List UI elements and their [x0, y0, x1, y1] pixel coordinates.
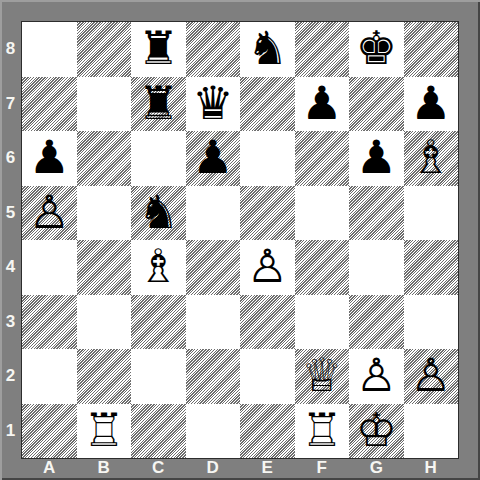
square-e2[interactable] [240, 349, 295, 404]
square-f4[interactable] [295, 240, 350, 295]
square-d7[interactable]: ♛ [186, 77, 241, 132]
white-king[interactable]: ♔ [356, 407, 397, 453]
rank-label-7: 7 [0, 77, 21, 132]
square-d6[interactable]: ♟ [186, 131, 241, 186]
rank-label-4: 4 [0, 240, 21, 295]
white-bishop[interactable]: ♗ [410, 134, 451, 180]
square-c5[interactable]: ♞ [131, 186, 186, 241]
white-pawn[interactable]: ♙ [247, 243, 288, 289]
white-rook[interactable]: ♖ [83, 407, 124, 453]
white-pawn[interactable]: ♙ [356, 352, 397, 398]
white-rook[interactable]: ♖ [301, 407, 342, 453]
file-label-c: C [131, 458, 186, 478]
file-label-d: D [186, 458, 241, 478]
square-a2[interactable] [22, 349, 77, 404]
white-pawn[interactable]: ♙ [410, 352, 451, 398]
square-e4[interactable]: ♙ [240, 240, 295, 295]
square-f7[interactable]: ♟ [295, 77, 350, 132]
square-c6[interactable] [131, 131, 186, 186]
square-f6[interactable] [295, 131, 350, 186]
square-f8[interactable] [295, 22, 350, 77]
square-d2[interactable] [186, 349, 241, 404]
white-pawn[interactable]: ♙ [29, 189, 70, 235]
black-pawn[interactable]: ♟ [301, 80, 342, 126]
square-a5[interactable]: ♙ [22, 186, 77, 241]
black-king[interactable]: ♚ [356, 25, 397, 71]
white-bishop[interactable]: ♗ [138, 243, 179, 289]
square-h2[interactable]: ♙ [404, 349, 459, 404]
square-h6[interactable]: ♗ [404, 131, 459, 186]
square-a4[interactable] [22, 240, 77, 295]
square-c1[interactable] [131, 404, 186, 459]
rank-label-2: 2 [0, 349, 21, 404]
square-d3[interactable] [186, 295, 241, 350]
square-e8[interactable]: ♞ [240, 22, 295, 77]
square-h7[interactable]: ♟ [404, 77, 459, 132]
square-h4[interactable] [404, 240, 459, 295]
square-a8[interactable] [22, 22, 77, 77]
square-e7[interactable] [240, 77, 295, 132]
square-a1[interactable] [22, 404, 77, 459]
square-g7[interactable] [349, 77, 404, 132]
square-c7[interactable]: ♜ [131, 77, 186, 132]
square-b4[interactable] [77, 240, 132, 295]
square-d5[interactable] [186, 186, 241, 241]
black-queen[interactable]: ♛ [192, 80, 233, 126]
square-a7[interactable] [22, 77, 77, 132]
square-g5[interactable] [349, 186, 404, 241]
black-pawn[interactable]: ♟ [29, 134, 70, 180]
file-label-f: F [295, 458, 350, 478]
file-label-g: G [349, 458, 404, 478]
square-g8[interactable]: ♚ [349, 22, 404, 77]
square-g6[interactable]: ♟ [349, 131, 404, 186]
square-c8[interactable]: ♜ [131, 22, 186, 77]
square-b5[interactable] [77, 186, 132, 241]
square-d4[interactable] [186, 240, 241, 295]
rank-label-8: 8 [0, 22, 21, 77]
black-rook[interactable]: ♜ [138, 80, 179, 126]
chess-diagram-frame: 87654321 ♜♞♚♜♛♟♟♟♟♟♗♙♞♗♙♕♙♙♖♖♔ ABCDEFGH [0, 0, 480, 480]
square-h3[interactable] [404, 295, 459, 350]
square-h5[interactable] [404, 186, 459, 241]
square-a3[interactable] [22, 295, 77, 350]
square-c2[interactable] [131, 349, 186, 404]
black-pawn[interactable]: ♟ [410, 80, 451, 126]
square-h8[interactable] [404, 22, 459, 77]
square-f1[interactable]: ♖ [295, 404, 350, 459]
square-b7[interactable] [77, 77, 132, 132]
square-d8[interactable] [186, 22, 241, 77]
rank-label-3: 3 [0, 295, 21, 350]
square-e1[interactable] [240, 404, 295, 459]
square-b1[interactable]: ♖ [77, 404, 132, 459]
square-b2[interactable] [77, 349, 132, 404]
black-knight[interactable]: ♞ [247, 25, 288, 71]
square-c4[interactable]: ♗ [131, 240, 186, 295]
square-f5[interactable] [295, 186, 350, 241]
black-knight[interactable]: ♞ [138, 189, 179, 235]
chess-board[interactable]: ♜♞♚♜♛♟♟♟♟♟♗♙♞♗♙♕♙♙♖♖♔ [21, 21, 459, 459]
rank-label-5: 5 [0, 186, 21, 241]
square-b3[interactable] [77, 295, 132, 350]
square-b8[interactable] [77, 22, 132, 77]
square-e5[interactable] [240, 186, 295, 241]
black-rook[interactable]: ♜ [138, 25, 179, 71]
white-queen[interactable]: ♕ [301, 352, 342, 398]
square-f3[interactable] [295, 295, 350, 350]
file-label-h: H [404, 458, 459, 478]
rank-label-1: 1 [0, 404, 21, 459]
square-f2[interactable]: ♕ [295, 349, 350, 404]
square-b6[interactable] [77, 131, 132, 186]
black-pawn[interactable]: ♟ [356, 134, 397, 180]
square-g1[interactable]: ♔ [349, 404, 404, 459]
square-e6[interactable] [240, 131, 295, 186]
square-h1[interactable] [404, 404, 459, 459]
square-c3[interactable] [131, 295, 186, 350]
file-label-e: E [240, 458, 295, 478]
square-a6[interactable]: ♟ [22, 131, 77, 186]
square-e3[interactable] [240, 295, 295, 350]
rank-labels: 87654321 [0, 22, 21, 458]
file-labels: ABCDEFGH [22, 458, 458, 478]
square-g4[interactable] [349, 240, 404, 295]
square-g3[interactable] [349, 295, 404, 350]
square-d1[interactable] [186, 404, 241, 459]
file-label-b: B [77, 458, 132, 478]
black-pawn[interactable]: ♟ [192, 134, 233, 180]
square-g2[interactable]: ♙ [349, 349, 404, 404]
rank-label-6: 6 [0, 131, 21, 186]
file-label-a: A [22, 458, 77, 478]
